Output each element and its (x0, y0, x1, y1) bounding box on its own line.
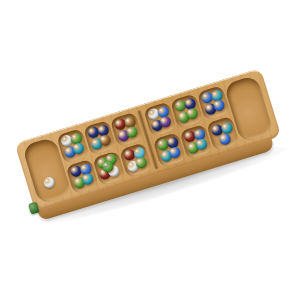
mancala-board (15, 68, 285, 222)
pit-top-6[interactable] (197, 85, 230, 120)
photo-background (0, 0, 300, 300)
marble-clear (42, 175, 56, 189)
